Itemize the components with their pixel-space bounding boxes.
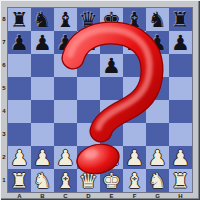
square-b3[interactable] (31, 123, 54, 146)
square-c3[interactable] (54, 123, 77, 146)
square-d5[interactable] (77, 77, 100, 100)
file-label-c: C (54, 192, 77, 200)
square-g8[interactable]: ♞ (146, 8, 169, 31)
square-g6[interactable] (146, 54, 169, 77)
square-d6[interactable] (77, 54, 100, 77)
square-a6[interactable] (8, 54, 31, 77)
square-h4[interactable] (169, 100, 192, 123)
square-h1[interactable]: ♜ (169, 169, 192, 192)
square-f6[interactable] (123, 54, 146, 77)
white-bishop: ♝ (54, 169, 77, 192)
rank-labels: 87654321 (0, 8, 8, 192)
square-c6[interactable] (54, 54, 77, 77)
file-label-h: H (169, 192, 192, 200)
file-label-f: F (123, 192, 146, 200)
white-pawn: ♟ (54, 146, 77, 169)
white-pawn: ♟ (100, 146, 123, 169)
black-bishop: ♝ (54, 8, 77, 31)
rank-label-6: 6 (0, 54, 8, 77)
square-c1[interactable]: ♝ (54, 169, 77, 192)
black-rook: ♜ (8, 8, 31, 31)
square-d3[interactable] (77, 123, 100, 146)
white-pawn: ♟ (146, 146, 169, 169)
file-label-g: G (146, 192, 169, 200)
square-g3[interactable] (146, 123, 169, 146)
square-d8[interactable]: ♛ (77, 8, 100, 31)
rank-label-3: 3 (0, 123, 8, 146)
black-pawn: ♟ (8, 31, 31, 54)
black-pawn: ♟ (54, 31, 77, 54)
black-bishop: ♝ (123, 8, 146, 31)
square-g1[interactable]: ♞ (146, 169, 169, 192)
square-h2[interactable]: ♟ (169, 146, 192, 169)
rank-label-5: 5 (0, 77, 8, 100)
square-b4[interactable] (31, 100, 54, 123)
black-pawn: ♟ (169, 31, 192, 54)
square-e2[interactable]: ♟ (100, 146, 123, 169)
black-rook: ♜ (169, 8, 192, 31)
square-a5[interactable] (8, 77, 31, 100)
rank-label-1: 1 (0, 169, 8, 192)
square-a8[interactable]: ♜ (8, 8, 31, 31)
square-h7[interactable]: ♟ (169, 31, 192, 54)
square-c2[interactable]: ♟ (54, 146, 77, 169)
white-knight: ♞ (31, 169, 54, 192)
square-g7[interactable]: ♟ (146, 31, 169, 54)
square-h5[interactable] (169, 77, 192, 100)
square-e3[interactable] (100, 123, 123, 146)
square-d2[interactable]: ♟ (77, 146, 100, 169)
square-f5[interactable] (123, 77, 146, 100)
square-a1[interactable]: ♜ (8, 169, 31, 192)
chess-board: ♜♞♝♛♚♝♞♜♟♟♟♟♟♟♟♟♟♟♟♟♟♟♟♟♜♞♝♛♚♝♞♜ (8, 8, 192, 192)
white-queen: ♛ (77, 169, 100, 192)
file-labels: ABCDEFGH (8, 192, 192, 200)
white-king: ♚ (100, 169, 123, 192)
white-rook: ♜ (8, 169, 31, 192)
square-e5[interactable] (100, 77, 123, 100)
square-f2[interactable]: ♟ (123, 146, 146, 169)
square-h3[interactable] (169, 123, 192, 146)
square-d1[interactable]: ♛ (77, 169, 100, 192)
chess-diagram: 87654321 ABCDEFGH ♜♞♝♛♚♝♞♜♟♟♟♟♟♟♟♟♟♟♟♟♟♟… (0, 0, 200, 200)
square-e8[interactable]: ♚ (100, 8, 123, 31)
square-e6[interactable]: ♟ (100, 54, 123, 77)
white-pawn: ♟ (8, 146, 31, 169)
square-b1[interactable]: ♞ (31, 169, 54, 192)
black-pawn: ♟ (146, 31, 169, 54)
file-label-b: B (31, 192, 54, 200)
square-b8[interactable]: ♞ (31, 8, 54, 31)
square-d7[interactable]: ♟ (77, 31, 100, 54)
square-a4[interactable] (8, 100, 31, 123)
black-pawn: ♟ (31, 31, 54, 54)
square-e1[interactable]: ♚ (100, 169, 123, 192)
black-knight: ♞ (31, 8, 54, 31)
square-c5[interactable] (54, 77, 77, 100)
square-c8[interactable]: ♝ (54, 8, 77, 31)
file-label-a: A (8, 192, 31, 200)
file-label-e: E (100, 192, 123, 200)
white-bishop: ♝ (123, 169, 146, 192)
square-g5[interactable] (146, 77, 169, 100)
square-a7[interactable]: ♟ (8, 31, 31, 54)
square-e4[interactable] (100, 100, 123, 123)
white-rook: ♜ (169, 169, 192, 192)
white-knight: ♞ (146, 169, 169, 192)
rank-label-8: 8 (0, 8, 8, 31)
square-b2[interactable]: ♟ (31, 146, 54, 169)
black-king: ♚ (100, 8, 123, 31)
square-d4[interactable] (77, 100, 100, 123)
white-pawn: ♟ (77, 146, 100, 169)
square-b7[interactable]: ♟ (31, 31, 54, 54)
square-f1[interactable]: ♝ (123, 169, 146, 192)
square-f8[interactable]: ♝ (123, 8, 146, 31)
white-pawn: ♟ (169, 146, 192, 169)
rank-label-4: 4 (0, 100, 8, 123)
black-pawn: ♟ (123, 31, 146, 54)
rank-label-7: 7 (0, 31, 8, 54)
square-g4[interactable] (146, 100, 169, 123)
square-f4[interactable] (123, 100, 146, 123)
square-g2[interactable]: ♟ (146, 146, 169, 169)
file-label-d: D (77, 192, 100, 200)
black-knight: ♞ (146, 8, 169, 31)
rank-label-2: 2 (0, 146, 8, 169)
white-pawn: ♟ (31, 146, 54, 169)
black-pawn: ♟ (77, 31, 100, 54)
square-f7[interactable]: ♟ (123, 31, 146, 54)
square-a3[interactable] (8, 123, 31, 146)
square-b6[interactable] (31, 54, 54, 77)
square-h6[interactable] (169, 54, 192, 77)
black-queen: ♛ (77, 8, 100, 31)
square-f3[interactable] (123, 123, 146, 146)
square-c7[interactable]: ♟ (54, 31, 77, 54)
square-b5[interactable] (31, 77, 54, 100)
square-h8[interactable]: ♜ (169, 8, 192, 31)
square-a2[interactable]: ♟ (8, 146, 31, 169)
white-pawn: ♟ (123, 146, 146, 169)
square-e7[interactable] (100, 31, 123, 54)
black-pawn: ♟ (100, 54, 123, 77)
square-c4[interactable] (54, 100, 77, 123)
